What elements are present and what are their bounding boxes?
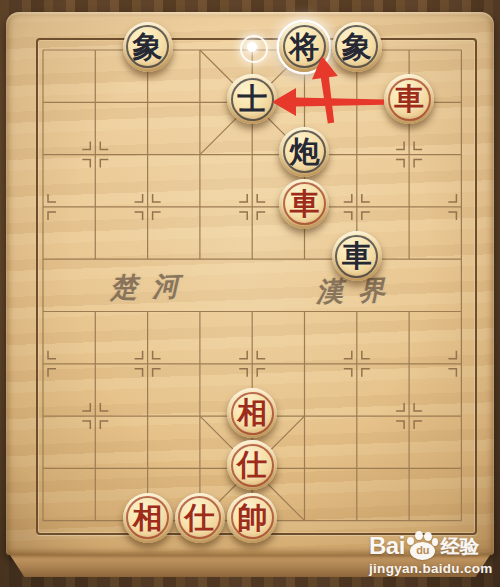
piece-engraved-ring bbox=[283, 25, 326, 68]
watermark-bai-text: Bai bbox=[369, 532, 405, 560]
piece-black-f7r1[interactable]: 象 bbox=[332, 22, 382, 72]
watermark-url: jingyan.baidu.com bbox=[369, 561, 493, 576]
piece-engraved-ring bbox=[335, 235, 378, 278]
piece-engraved-ring bbox=[231, 78, 274, 121]
piece-black-f6r1[interactable]: 将 bbox=[279, 22, 329, 72]
piece-engraved-ring bbox=[231, 392, 274, 435]
piece-red-f4r10[interactable]: 仕 bbox=[175, 493, 225, 543]
piece-red-f8r2[interactable]: 車 bbox=[384, 74, 434, 124]
piece-black-f7r5[interactable]: 車 bbox=[332, 231, 382, 281]
piece-red-f5r10[interactable]: 帥 bbox=[227, 493, 277, 543]
piece-black-f6r3[interactable]: 炮 bbox=[279, 127, 329, 177]
watermark-du-text: du bbox=[413, 544, 433, 556]
piece-black-f3r1[interactable]: 象 bbox=[123, 22, 173, 72]
baidu-jingyan-watermark: Bai du 经验 jingyan.baidu.com bbox=[369, 531, 493, 576]
piece-red-f5r9[interactable]: 仕 bbox=[227, 440, 277, 490]
piece-engraved-ring bbox=[231, 444, 274, 487]
piece-engraved-ring bbox=[178, 496, 221, 539]
watermark-jingyan-text: 经验 bbox=[441, 534, 479, 560]
piece-engraved-ring bbox=[126, 496, 169, 539]
piece-engraved-ring bbox=[126, 25, 169, 68]
piece-black-f5r2[interactable]: 士 bbox=[227, 74, 277, 124]
piece-engraved-ring bbox=[231, 496, 274, 539]
piece-engraved-ring bbox=[283, 182, 326, 225]
piece-red-f5r8[interactable]: 相 bbox=[227, 388, 277, 438]
piece-engraved-ring bbox=[388, 78, 431, 121]
piece-red-f3r10[interactable]: 相 bbox=[123, 493, 173, 543]
piece-engraved-ring bbox=[335, 25, 378, 68]
piece-engraved-ring bbox=[283, 130, 326, 173]
piece-red-f6r4[interactable]: 車 bbox=[279, 179, 329, 229]
piece-grid[interactable]: 象将象士車炮車車相仕相仕帥 bbox=[17, 24, 488, 547]
baidu-paw-icon: du bbox=[407, 531, 438, 560]
